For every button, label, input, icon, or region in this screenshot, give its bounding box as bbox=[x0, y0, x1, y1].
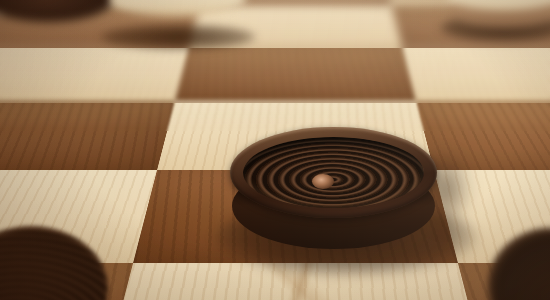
piece-body bbox=[0, 226, 108, 300]
piece-body bbox=[488, 228, 550, 300]
checker-piece-dark-near-left: ⛂ bbox=[0, 226, 108, 300]
piece-concentric-rings bbox=[243, 137, 424, 208]
piece-center-nub bbox=[312, 174, 334, 189]
board-square-light bbox=[0, 47, 189, 100]
board-square-dark bbox=[0, 101, 175, 170]
checker-piece-cream-far-right: ⛀ bbox=[448, 0, 550, 48]
board-square-light bbox=[402, 47, 550, 100]
checker-piece-cream-far-center: ⛀ bbox=[110, 0, 246, 52]
checker-piece-dark-center: ⛂ bbox=[230, 127, 437, 250]
checkers-board-photo: ⛂ ⛀ ⛀ ⛂ ⛂ ⛂ bbox=[0, 0, 550, 300]
checker-piece-dark-near-right: ⛂ bbox=[488, 228, 550, 300]
board-square-dark bbox=[175, 47, 416, 100]
